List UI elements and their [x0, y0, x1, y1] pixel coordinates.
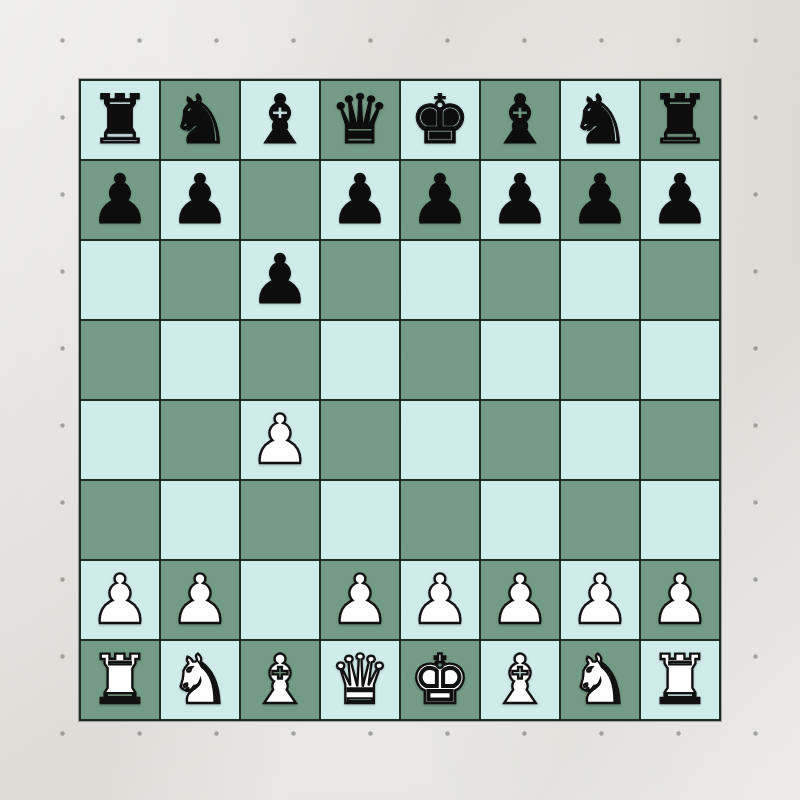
square-d5[interactable] [321, 321, 399, 399]
square-g4[interactable] [561, 401, 639, 479]
piece-black-rook[interactable]: ♜ [650, 81, 711, 159]
square-e5[interactable] [401, 321, 479, 399]
piece-white-bishop[interactable]: ♝ [490, 641, 551, 719]
piece-white-pawn[interactable]: ♟ [170, 561, 231, 639]
square-a1[interactable]: ♜ [81, 641, 159, 719]
square-d1[interactable]: ♛ [321, 641, 399, 719]
piece-white-pawn[interactable]: ♟ [250, 401, 311, 479]
square-a2[interactable]: ♟ [81, 561, 159, 639]
square-b2[interactable]: ♟ [161, 561, 239, 639]
square-h1[interactable]: ♜ [641, 641, 719, 719]
square-c6[interactable]: ♟ [241, 241, 319, 319]
square-g6[interactable] [561, 241, 639, 319]
piece-white-rook[interactable]: ♜ [90, 641, 151, 719]
square-c1[interactable]: ♝ [241, 641, 319, 719]
page-background: { "game": { "name": "chess", "variant": … [0, 0, 800, 800]
square-h7[interactable]: ♟ [641, 161, 719, 239]
square-e6[interactable] [401, 241, 479, 319]
piece-white-rook[interactable]: ♜ [650, 641, 711, 719]
square-f8[interactable]: ♝ [481, 81, 559, 159]
square-d3[interactable] [321, 481, 399, 559]
square-f5[interactable] [481, 321, 559, 399]
square-b3[interactable] [161, 481, 239, 559]
square-e8[interactable]: ♚ [401, 81, 479, 159]
square-a6[interactable] [81, 241, 159, 319]
square-e1[interactable]: ♚ [401, 641, 479, 719]
square-e2[interactable]: ♟ [401, 561, 479, 639]
square-b7[interactable]: ♟ [161, 161, 239, 239]
piece-white-pawn[interactable]: ♟ [330, 561, 391, 639]
square-a7[interactable]: ♟ [81, 161, 159, 239]
square-f7[interactable]: ♟ [481, 161, 559, 239]
chess-board: ♜♞♝♛♚♝♞♜♟♟♟♟♟♟♟♟♟♟♟♟♟♟♟♟♜♞♝♛♚♝♞♜ [79, 79, 721, 721]
square-h6[interactable] [641, 241, 719, 319]
piece-black-queen[interactable]: ♛ [330, 81, 391, 159]
square-c2[interactable] [241, 561, 319, 639]
piece-black-pawn[interactable]: ♟ [330, 161, 391, 239]
square-e7[interactable]: ♟ [401, 161, 479, 239]
piece-white-pawn[interactable]: ♟ [490, 561, 551, 639]
piece-black-pawn[interactable]: ♟ [170, 161, 231, 239]
square-g1[interactable]: ♞ [561, 641, 639, 719]
square-d4[interactable] [321, 401, 399, 479]
square-c3[interactable] [241, 481, 319, 559]
piece-black-pawn[interactable]: ♟ [250, 241, 311, 319]
square-a4[interactable] [81, 401, 159, 479]
square-d8[interactable]: ♛ [321, 81, 399, 159]
square-h5[interactable] [641, 321, 719, 399]
piece-black-pawn[interactable]: ♟ [90, 161, 151, 239]
piece-black-bishop[interactable]: ♝ [250, 81, 311, 159]
square-b1[interactable]: ♞ [161, 641, 239, 719]
square-f1[interactable]: ♝ [481, 641, 559, 719]
square-b5[interactable] [161, 321, 239, 399]
square-e4[interactable] [401, 401, 479, 479]
square-h4[interactable] [641, 401, 719, 479]
square-c5[interactable] [241, 321, 319, 399]
square-b8[interactable]: ♞ [161, 81, 239, 159]
piece-black-king[interactable]: ♚ [410, 81, 471, 159]
piece-black-bishop[interactable]: ♝ [490, 81, 551, 159]
square-f3[interactable] [481, 481, 559, 559]
square-h2[interactable]: ♟ [641, 561, 719, 639]
square-f6[interactable] [481, 241, 559, 319]
square-g7[interactable]: ♟ [561, 161, 639, 239]
piece-white-knight[interactable]: ♞ [170, 641, 231, 719]
piece-white-knight[interactable]: ♞ [570, 641, 631, 719]
piece-white-pawn[interactable]: ♟ [90, 561, 151, 639]
square-a8[interactable]: ♜ [81, 81, 159, 159]
square-f2[interactable]: ♟ [481, 561, 559, 639]
square-h3[interactable] [641, 481, 719, 559]
square-d7[interactable]: ♟ [321, 161, 399, 239]
square-g8[interactable]: ♞ [561, 81, 639, 159]
piece-white-pawn[interactable]: ♟ [570, 561, 631, 639]
square-g2[interactable]: ♟ [561, 561, 639, 639]
square-b6[interactable] [161, 241, 239, 319]
square-f4[interactable] [481, 401, 559, 479]
square-e3[interactable] [401, 481, 479, 559]
piece-white-king[interactable]: ♚ [410, 641, 471, 719]
piece-black-rook[interactable]: ♜ [90, 81, 151, 159]
piece-black-knight[interactable]: ♞ [570, 81, 631, 159]
square-g5[interactable] [561, 321, 639, 399]
square-c4[interactable]: ♟ [241, 401, 319, 479]
piece-black-pawn[interactable]: ♟ [490, 161, 551, 239]
piece-white-pawn[interactable]: ♟ [650, 561, 711, 639]
piece-white-queen[interactable]: ♛ [330, 641, 391, 719]
square-c8[interactable]: ♝ [241, 81, 319, 159]
piece-black-pawn[interactable]: ♟ [570, 161, 631, 239]
square-g3[interactable] [561, 481, 639, 559]
square-h8[interactable]: ♜ [641, 81, 719, 159]
piece-white-bishop[interactable]: ♝ [250, 641, 311, 719]
square-d2[interactable]: ♟ [321, 561, 399, 639]
piece-white-pawn[interactable]: ♟ [410, 561, 471, 639]
square-c7[interactable] [241, 161, 319, 239]
square-a5[interactable] [81, 321, 159, 399]
piece-black-pawn[interactable]: ♟ [650, 161, 711, 239]
square-a3[interactable] [81, 481, 159, 559]
square-b4[interactable] [161, 401, 239, 479]
piece-black-pawn[interactable]: ♟ [410, 161, 471, 239]
square-d6[interactable] [321, 241, 399, 319]
piece-black-knight[interactable]: ♞ [170, 81, 231, 159]
